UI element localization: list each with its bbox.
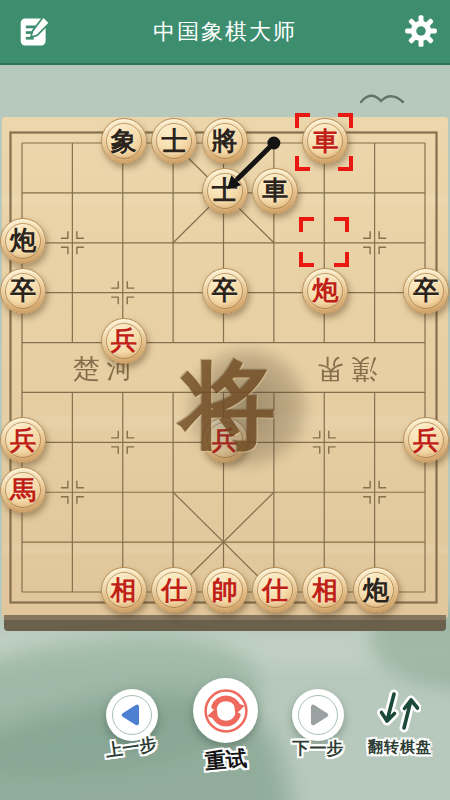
- retry-button[interactable]: [193, 678, 258, 743]
- red-piece-帥[interactable]: 帥: [202, 567, 248, 613]
- piece-character: 士: [203, 169, 247, 213]
- piece-character: 兵: [203, 418, 247, 462]
- piece-character: 仕: [152, 568, 196, 612]
- app-root: 中国象棋大师: [0, 0, 450, 800]
- piece-character: 兵: [102, 319, 146, 363]
- red-piece-車[interactable]: 車: [302, 118, 348, 164]
- mist-band: [0, 632, 450, 666]
- app-title: 中国象棋大师: [0, 0, 450, 63]
- bird-icon: [355, 86, 415, 112]
- red-piece-馬[interactable]: 馬: [0, 467, 46, 513]
- button-ring: [298, 695, 338, 735]
- piece-character: 卒: [1, 269, 45, 313]
- piece-character: 將: [203, 119, 247, 163]
- black-piece-卒[interactable]: 卒: [403, 268, 449, 314]
- refresh-icon: [203, 688, 249, 734]
- piece-character: 相: [102, 568, 146, 612]
- retry-label: 重试: [185, 743, 267, 778]
- red-piece-相[interactable]: 相: [302, 567, 348, 613]
- river-label-right: 漢 界: [317, 354, 378, 384]
- piece-character: 車: [253, 169, 297, 213]
- next-step-button[interactable]: [292, 689, 344, 741]
- piece-character: 帥: [203, 568, 247, 612]
- edit-note-button[interactable]: [19, 15, 53, 49]
- piece-character: 炮: [303, 269, 347, 313]
- red-piece-兵[interactable]: 兵: [101, 318, 147, 364]
- settings-gear-icon: [404, 14, 438, 48]
- red-piece-兵[interactable]: 兵: [0, 417, 46, 463]
- piece-character: 兵: [404, 418, 448, 462]
- piece-character: 卒: [404, 269, 448, 313]
- black-piece-卒[interactable]: 卒: [202, 268, 248, 314]
- red-piece-兵[interactable]: 兵: [202, 417, 248, 463]
- black-piece-將[interactable]: 將: [202, 118, 248, 164]
- piece-character: 車: [303, 119, 347, 163]
- red-piece-炮[interactable]: 炮: [302, 268, 348, 314]
- black-piece-炮[interactable]: 炮: [0, 218, 46, 264]
- button-ring: [112, 695, 152, 735]
- black-piece-車[interactable]: 車: [252, 168, 298, 214]
- edit-note-icon: [19, 15, 53, 49]
- piece-character: 炮: [1, 219, 45, 263]
- red-piece-仕[interactable]: 仕: [252, 567, 298, 613]
- black-piece-士[interactable]: 士: [202, 168, 248, 214]
- black-piece-卒[interactable]: 卒: [0, 268, 46, 314]
- settings-button[interactable]: [404, 14, 438, 48]
- piece-character: 馬: [1, 468, 45, 512]
- next-step-label: 下一步: [278, 737, 358, 760]
- piece-character: 象: [102, 119, 146, 163]
- piece-character: 卒: [203, 269, 247, 313]
- previous-step-label: 上一步: [90, 731, 172, 765]
- piece-character: 兵: [1, 418, 45, 462]
- flip-board-label: 翻转棋盘: [359, 738, 441, 757]
- header-bar: 中国象棋大师: [0, 0, 450, 65]
- red-piece-兵[interactable]: 兵: [403, 417, 449, 463]
- flip-board-button[interactable]: [377, 687, 421, 737]
- red-piece-相[interactable]: 相: [101, 567, 147, 613]
- swap-vertical-icon: [377, 687, 421, 737]
- black-piece-士[interactable]: 士: [151, 118, 197, 164]
- piece-character: 士: [152, 119, 196, 163]
- red-piece-仕[interactable]: 仕: [151, 567, 197, 613]
- black-piece-炮[interactable]: 炮: [353, 567, 399, 613]
- piece-character: 炮: [354, 568, 398, 612]
- piece-character: 相: [303, 568, 347, 612]
- piece-character: 仕: [253, 568, 297, 612]
- black-piece-象[interactable]: 象: [101, 118, 147, 164]
